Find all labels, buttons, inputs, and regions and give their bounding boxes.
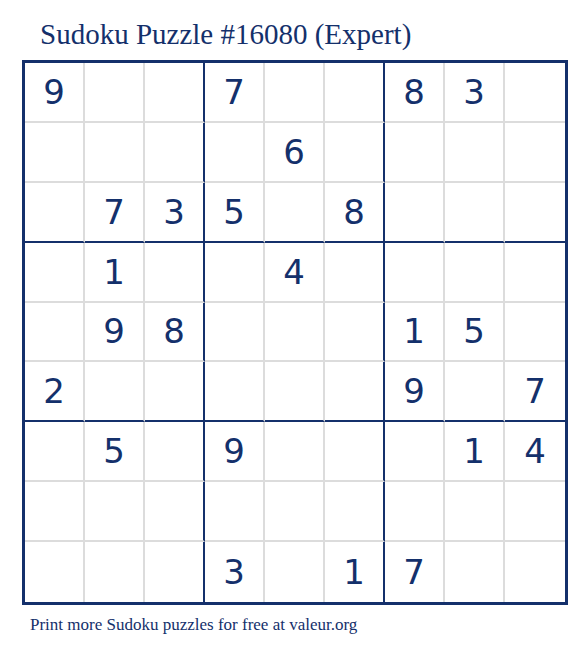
- given-digit-r3c3[interactable]: 3: [145, 183, 205, 243]
- cell-r4c7[interactable]: [385, 243, 445, 303]
- cell-r8c5[interactable]: [265, 482, 325, 542]
- cell-r4c8[interactable]: [445, 243, 505, 303]
- given-digit-r5c3[interactable]: 8: [145, 303, 205, 363]
- cell-r5c6[interactable]: [325, 303, 385, 363]
- cell-r5c5[interactable]: [265, 303, 325, 363]
- cell-r9c9[interactable]: [505, 542, 565, 602]
- given-digit-r5c2[interactable]: 9: [85, 303, 145, 363]
- cell-r1c9[interactable]: [505, 63, 565, 123]
- given-digit-r2c5[interactable]: 6: [265, 123, 325, 183]
- footer-text: Print more Sudoku puzzles for free at va…: [30, 615, 357, 635]
- cell-r9c2[interactable]: [85, 542, 145, 602]
- given-digit-r5c7[interactable]: 1: [385, 303, 445, 363]
- cell-r8c6[interactable]: [325, 482, 385, 542]
- given-digit-r6c9[interactable]: 7: [505, 362, 565, 422]
- cell-r2c8[interactable]: [445, 123, 505, 183]
- given-digit-r9c7[interactable]: 7: [385, 542, 445, 602]
- cell-r7c3[interactable]: [145, 422, 205, 482]
- cell-r8c4[interactable]: [205, 482, 265, 542]
- cell-r9c8[interactable]: [445, 542, 505, 602]
- given-digit-r1c7[interactable]: 8: [385, 63, 445, 123]
- sudoku-page: Sudoku Puzzle #16080 (Expert) 9783673581…: [0, 0, 580, 651]
- cell-r1c6[interactable]: [325, 63, 385, 123]
- given-digit-r7c8[interactable]: 1: [445, 422, 505, 482]
- cell-r7c1[interactable]: [25, 422, 85, 482]
- cell-r3c7[interactable]: [385, 183, 445, 243]
- cell-r4c4[interactable]: [205, 243, 265, 303]
- cell-r5c4[interactable]: [205, 303, 265, 363]
- given-digit-r3c2[interactable]: 7: [85, 183, 145, 243]
- cell-r6c8[interactable]: [445, 362, 505, 422]
- cell-r5c1[interactable]: [25, 303, 85, 363]
- given-digit-r3c4[interactable]: 5: [205, 183, 265, 243]
- cell-r1c3[interactable]: [145, 63, 205, 123]
- cell-r2c1[interactable]: [25, 123, 85, 183]
- cell-r2c6[interactable]: [325, 123, 385, 183]
- cell-r8c9[interactable]: [505, 482, 565, 542]
- cell-r8c3[interactable]: [145, 482, 205, 542]
- cell-r8c2[interactable]: [85, 482, 145, 542]
- given-digit-r1c1[interactable]: 9: [25, 63, 85, 123]
- cell-r4c9[interactable]: [505, 243, 565, 303]
- given-digit-r1c8[interactable]: 3: [445, 63, 505, 123]
- cell-r7c6[interactable]: [325, 422, 385, 482]
- cell-r6c6[interactable]: [325, 362, 385, 422]
- cell-r8c1[interactable]: [25, 482, 85, 542]
- cell-r3c9[interactable]: [505, 183, 565, 243]
- given-digit-r9c6[interactable]: 1: [325, 542, 385, 602]
- given-digit-r6c7[interactable]: 9: [385, 362, 445, 422]
- given-digit-r5c8[interactable]: 5: [445, 303, 505, 363]
- cell-r7c7[interactable]: [385, 422, 445, 482]
- given-digit-r9c4[interactable]: 3: [205, 542, 265, 602]
- cell-r3c5[interactable]: [265, 183, 325, 243]
- given-digit-r7c9[interactable]: 4: [505, 422, 565, 482]
- cell-r9c3[interactable]: [145, 542, 205, 602]
- cell-r2c4[interactable]: [205, 123, 265, 183]
- given-digit-r7c2[interactable]: 5: [85, 422, 145, 482]
- cell-r6c4[interactable]: [205, 362, 265, 422]
- given-digit-r6c1[interactable]: 2: [25, 362, 85, 422]
- cell-r2c9[interactable]: [505, 123, 565, 183]
- cell-r6c3[interactable]: [145, 362, 205, 422]
- given-digit-r3c6[interactable]: 8: [325, 183, 385, 243]
- cell-r1c2[interactable]: [85, 63, 145, 123]
- cell-r2c7[interactable]: [385, 123, 445, 183]
- cell-r2c2[interactable]: [85, 123, 145, 183]
- given-digit-r4c5[interactable]: 4: [265, 243, 325, 303]
- cell-r5c9[interactable]: [505, 303, 565, 363]
- given-digit-r4c2[interactable]: 1: [85, 243, 145, 303]
- page-title: Sudoku Puzzle #16080 (Expert): [40, 19, 411, 51]
- given-digit-r7c4[interactable]: 9: [205, 422, 265, 482]
- cell-r2c3[interactable]: [145, 123, 205, 183]
- cell-r8c8[interactable]: [445, 482, 505, 542]
- cell-r4c6[interactable]: [325, 243, 385, 303]
- cell-r4c1[interactable]: [25, 243, 85, 303]
- cell-r6c2[interactable]: [85, 362, 145, 422]
- cell-r1c5[interactable]: [265, 63, 325, 123]
- cell-r7c5[interactable]: [265, 422, 325, 482]
- sudoku-grid: 9783673581498152975914317: [22, 60, 568, 605]
- cell-r9c1[interactable]: [25, 542, 85, 602]
- given-digit-r1c4[interactable]: 7: [205, 63, 265, 123]
- cell-r6c5[interactable]: [265, 362, 325, 422]
- cell-r3c8[interactable]: [445, 183, 505, 243]
- cell-r8c7[interactable]: [385, 482, 445, 542]
- cell-r9c5[interactable]: [265, 542, 325, 602]
- cell-r4c3[interactable]: [145, 243, 205, 303]
- cell-r3c1[interactable]: [25, 183, 85, 243]
